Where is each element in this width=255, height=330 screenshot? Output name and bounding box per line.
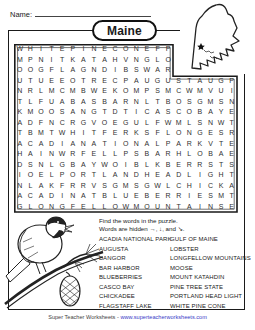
grid-cell: N <box>36 55 47 66</box>
grid-cell: I <box>110 139 121 150</box>
word-list-item: PORTLAND HEAD LIGHT <box>170 292 251 302</box>
grid-cell: E <box>226 139 237 150</box>
grid-cell: L <box>110 191 121 202</box>
grid-cell: L <box>99 170 110 181</box>
grid-cell: S <box>131 65 142 76</box>
grid-cell: D <box>131 170 142 181</box>
grid-cell: O <box>15 65 26 76</box>
grid-cell: A <box>36 139 47 150</box>
grid-cell: L <box>184 149 195 160</box>
grid-cell: S <box>131 149 142 160</box>
grid-cell: E <box>152 191 163 202</box>
grid-cell: A <box>78 191 89 202</box>
grid-cell: T <box>78 76 89 87</box>
grid-cell: D <box>110 107 121 118</box>
grid-cell: T <box>46 44 57 55</box>
grid-cell: B <box>163 97 174 108</box>
grid-cell: U <box>163 76 174 87</box>
grid-cell: C <box>110 76 121 87</box>
grid-cell: S <box>131 181 142 192</box>
grid-cell: S <box>57 107 68 118</box>
grid-cell: N <box>89 44 100 55</box>
chickadee-bird-svg <box>4 214 104 310</box>
grid-cell: B <box>120 65 131 76</box>
grid-cell: S <box>25 160 36 171</box>
grid-cell: T <box>89 191 100 202</box>
grid-cell: O <box>195 149 206 160</box>
grid-cell: K <box>110 86 121 97</box>
grid-cell: E <box>110 118 121 129</box>
grid-cell: R <box>78 181 89 192</box>
grid-cell: G <box>195 97 206 108</box>
grid-cell: U <box>205 76 216 87</box>
grid-cell: L <box>89 202 100 213</box>
grid-row: ACADIANATIONALPARKVTE <box>15 139 237 150</box>
grid-cell: E <box>99 76 110 87</box>
grid-cell: E <box>57 76 68 87</box>
grid-cell: D <box>15 160 26 171</box>
grid-cell: M <box>163 86 174 97</box>
grid-cell: G <box>142 55 153 66</box>
grid-cell: U <box>120 191 131 202</box>
grid-cell: E <box>99 44 110 55</box>
grid-cell: W <box>152 181 163 192</box>
grid-cell: G <box>78 118 89 129</box>
grid-cell: F <box>46 65 57 76</box>
instructions: Find the words in the puzzle. Words are … <box>99 217 185 233</box>
grid-cell: B <box>142 149 153 160</box>
grid-cell: A <box>15 118 26 129</box>
grid-cell: S <box>163 107 174 118</box>
grid-cell: T <box>152 97 163 108</box>
grid-cell: E <box>226 107 237 118</box>
grid-cell: O <box>67 76 78 87</box>
grid-cell: I <box>226 86 237 97</box>
grid-cell: A <box>25 149 36 160</box>
grid-row: UTUEEOTRECPAUGUSTAUGP <box>15 76 237 87</box>
grid-cell: T <box>46 128 57 139</box>
grid-cell: O <box>99 118 110 129</box>
grid-cell: M <box>131 86 142 97</box>
grid-cell: D <box>46 139 57 150</box>
grid-cell: U <box>15 76 26 87</box>
grid-cell: N <box>46 149 57 160</box>
grid-cell: F <box>152 118 163 129</box>
grid-cell: O <box>120 44 131 55</box>
grid-cell: I <box>195 181 206 192</box>
grid-cell: G <box>205 170 216 181</box>
grid-cell: C <box>173 181 184 192</box>
grid-cell: S <box>205 160 216 171</box>
maine-map-image <box>180 2 252 74</box>
grid-cell: A <box>78 97 89 108</box>
grid-cell: L <box>152 55 163 66</box>
grid-cell: H <box>184 181 195 192</box>
grid-cell: B <box>78 86 89 97</box>
grid-cell: C <box>142 107 153 118</box>
grid-cell: F <box>57 181 68 192</box>
grid-cell: G <box>57 202 68 213</box>
grid-cell: T <box>89 170 100 181</box>
grid-cell: O <box>36 202 47 213</box>
grid-cell: A <box>195 76 206 87</box>
word-list-item: ACADIA NATIONAL PARK <box>99 235 172 245</box>
grid-cell: E <box>89 149 100 160</box>
word-list-item: MOUNT KATAHDIN <box>170 273 251 283</box>
grid-cell: R <box>120 128 131 139</box>
grid-cell: I <box>195 170 206 181</box>
grid-cell: C <box>57 86 68 97</box>
grid-cell: A <box>152 107 163 118</box>
grid-cell: Y <box>89 160 100 171</box>
grid-cell: S <box>142 128 153 139</box>
grid-cell: I <box>36 44 47 55</box>
grid-cell: F <box>99 128 110 139</box>
grid-cell: A <box>36 191 47 202</box>
grid-cell: N <box>89 65 100 76</box>
grid-cell: W <box>89 86 100 97</box>
grid-cell: A <box>15 191 26 202</box>
grid-cell: O <box>120 139 131 150</box>
grid-row: NLAKFRRVSGMSGWLCHICKA <box>15 181 237 192</box>
grid-cell: E <box>142 44 153 55</box>
grid-row: GLONGFELLOWMOUNTAINSE <box>15 202 237 213</box>
grid-cell: G <box>36 65 47 76</box>
grid-cell: N <box>131 44 142 55</box>
grid-cell: E <box>110 128 121 139</box>
grid-cell: R <box>25 86 36 97</box>
grid-cell: Y <box>216 107 227 118</box>
grid-cell: T <box>89 128 100 139</box>
grid-cell: N <box>46 118 57 129</box>
grid-cell: L <box>184 170 195 181</box>
branch <box>5 252 103 304</box>
grid-cell: B <box>142 191 153 202</box>
grid-cell: B <box>195 107 206 118</box>
grid-cell: N <box>184 128 195 139</box>
grid-cell: E <box>173 160 184 171</box>
grid-cell: P <box>25 55 36 66</box>
grid-cell: H <box>142 170 153 181</box>
grid-cell: L <box>25 97 36 108</box>
grid-cell: U <box>152 202 163 213</box>
grid-row: NRLMCMBWEKOMPSMCWMVUI <box>15 86 237 97</box>
grid-cell: O <box>173 97 184 108</box>
page-title: Maine <box>92 20 157 41</box>
grid-cell: O <box>173 128 184 139</box>
grid-cell: V <box>205 86 216 97</box>
grid-cell: C <box>110 44 121 55</box>
grid-cell: L <box>152 139 163 150</box>
grid-cell: C <box>173 107 184 118</box>
grid-cell: D <box>173 170 184 181</box>
grid-cell: G <box>152 76 163 87</box>
grid-row: ACADINATBLUEBERRIESMT <box>15 191 237 202</box>
grid-cell: M <box>195 86 206 97</box>
page-title-text: Maine <box>107 24 142 38</box>
grid-cell: S <box>205 191 216 202</box>
grid-cell: S <box>216 128 227 139</box>
grid-cell: A <box>142 139 153 150</box>
grid-cell: K <box>216 181 227 192</box>
grid-cell: F <box>152 128 163 139</box>
grid-cell: M <box>15 55 26 66</box>
grid-cell: O <box>110 202 121 213</box>
grid-cell: R <box>163 149 174 160</box>
grid-cell: H <box>216 170 227 181</box>
grid-cell: A <box>205 107 216 118</box>
grid-cell: N <box>131 97 142 108</box>
grid-cell: R <box>120 97 131 108</box>
word-list-item: CASCO BAY <box>99 283 172 293</box>
grid-cell: W <box>15 44 26 55</box>
grid-cell: A <box>173 139 184 150</box>
grid-cell: O <box>110 160 121 171</box>
grid-cell: C <box>205 181 216 192</box>
grid-cell: L <box>99 202 110 213</box>
grid-cell: N <box>46 202 57 213</box>
grid-cell: T <box>25 76 36 87</box>
grid-cell: N <box>15 181 26 192</box>
grid-cell: G <box>216 76 227 87</box>
grid-cell: T <box>226 170 237 181</box>
grid-cell: E <box>99 86 110 97</box>
bird-tail <box>6 256 30 282</box>
grid-cell: T <box>15 97 26 108</box>
grid-cell: A <box>89 139 100 150</box>
grid-cell: P <box>142 86 153 97</box>
grid-cell: E <box>131 191 142 202</box>
grid-cell: W <box>184 86 195 97</box>
grid-cell: E <box>195 191 206 202</box>
grid-cell: M <box>120 181 131 192</box>
grid-cell: S <box>226 160 237 171</box>
beak-lower <box>65 229 72 232</box>
grid-cell: F <box>78 149 89 160</box>
grid-cell: U <box>36 76 47 87</box>
grid-cell: E <box>152 170 163 181</box>
word-list-left: ACADIA NATIONAL PARKAUGUSTABANGORBAR HAR… <box>99 235 172 311</box>
grid-cell: A <box>131 76 142 87</box>
grid-cell: K <box>195 139 206 150</box>
grid-cell: L <box>163 181 174 192</box>
grid-cell: A <box>152 149 163 160</box>
grid-cell: A <box>163 170 174 181</box>
grid-cell: K <box>152 160 163 171</box>
grid-cell: H <box>110 55 121 66</box>
grid-row: TLFUABASBARNLTBOSGMSN <box>15 97 237 108</box>
word-list-right: GULF OF MAINELOBSTERLONGFELLOW MOUNTAINS… <box>170 235 251 311</box>
grid-cell: L <box>57 65 68 76</box>
grid-cell: K <box>67 55 78 66</box>
grid-cell: S <box>89 97 100 108</box>
grid-cell: I <box>36 149 47 160</box>
grid-cell: H <box>67 128 78 139</box>
grid-cell: K <box>131 128 142 139</box>
grid-cell: O <box>46 107 57 118</box>
grid-cell: A <box>67 65 78 76</box>
grid-cell: B <box>25 128 36 139</box>
grid-cell: G <box>78 65 89 76</box>
grid-cell: L <box>110 149 121 160</box>
grid-cell: W <box>216 118 227 129</box>
grid-cell: T <box>57 55 68 66</box>
grid-cell: E <box>36 170 47 181</box>
grid-cell: R <box>184 160 195 171</box>
grid-cell: E <box>78 202 89 213</box>
grid-cell: M <box>25 107 36 118</box>
grid-cell: O <box>163 55 174 66</box>
name-line <box>35 8 151 17</box>
grid-cell: B <box>163 160 174 171</box>
grid-cell: G <box>57 160 68 171</box>
grid-row: TBMTWHITFERKSFLONGESR <box>15 128 237 139</box>
chickadee-bird-image <box>4 214 104 310</box>
grid-cell: L <box>36 86 47 97</box>
grid-cell: W <box>142 65 153 76</box>
grid-cell: E <box>205 128 216 139</box>
word-list-item: BAR HARBOR <box>99 264 172 274</box>
grid-cell: V <box>205 139 216 150</box>
grid-cell: E <box>46 76 57 87</box>
footer-url-link[interactable]: www.superteacherworksheets.com <box>120 314 206 320</box>
grid-cell: N <box>67 191 78 202</box>
grid-cell: M <box>67 86 78 97</box>
grid-cell: M <box>173 118 184 129</box>
grid-cell: R <box>226 128 237 139</box>
grid-cell: I <box>120 160 131 171</box>
grid-cell: E <box>226 149 237 160</box>
grid-cell: E <box>57 44 68 55</box>
grid-cell: A <box>152 65 163 76</box>
grid-cell: S <box>216 97 227 108</box>
grid-cell: I <box>78 128 89 139</box>
grid-cell: B <box>67 97 78 108</box>
grid-cell: K <box>46 181 57 192</box>
grid-cell: G <box>89 107 100 118</box>
word-list-item: GULF OF MAINE <box>170 235 251 245</box>
grid-cell: I <box>195 202 206 213</box>
grid-cell: L <box>25 202 36 213</box>
grid-cell: N <box>36 160 47 171</box>
word-list-item: BLUEBERRIES <box>99 273 172 283</box>
grid-cell: S <box>99 181 110 192</box>
grid-cell: I <box>184 191 195 202</box>
grid-cell: G <box>120 118 131 129</box>
grid-cell: P <box>226 76 237 87</box>
grid-cell: N <box>131 139 142 150</box>
grid-cell: T <box>89 55 100 66</box>
grid-cell: R <box>67 181 78 192</box>
grid-cell: R <box>163 191 174 202</box>
grid-cell: N <box>131 55 142 66</box>
grid-cell: R <box>173 191 184 202</box>
grid-cell: A <box>36 181 47 192</box>
bird-eye <box>57 221 59 223</box>
grid-cell: M <box>36 128 47 139</box>
grid-cell: A <box>216 149 227 160</box>
word-list-item: CHICKADEE <box>99 292 172 302</box>
grid-cell: L <box>184 118 195 129</box>
grid-cell: T <box>99 139 110 150</box>
grid-cell: C <box>25 139 36 150</box>
grid-cell: M <box>216 191 227 202</box>
grid-cell: A <box>99 55 110 66</box>
word-list-item: BANGOR <box>99 254 172 264</box>
grid-cell: T <box>226 191 237 202</box>
grid-cell: A <box>226 181 237 192</box>
grid-cell: O <box>36 107 47 118</box>
grid-cell: T <box>184 76 195 87</box>
grid-cell: R <box>184 139 195 150</box>
footer-brand: Super Teacher Worksheets - <box>48 314 120 320</box>
grid-cell: L <box>46 160 57 171</box>
grid-cell: O <box>184 107 195 118</box>
grid-cell: M <box>131 202 142 213</box>
grid-cell: B <box>131 160 142 171</box>
grid-cell: A <box>15 139 26 150</box>
grid-cell: I <box>57 139 68 150</box>
grid-cell: D <box>46 191 57 202</box>
grid-cell: F <box>152 44 163 55</box>
grid-cell: R <box>163 65 174 76</box>
grid-cell: O <box>25 65 36 76</box>
grid-cell: L <box>99 149 110 160</box>
word-list-item: PINE TREE STATE <box>170 283 251 293</box>
grid-cell: F <box>36 118 47 129</box>
grid-cell: T <box>120 107 131 118</box>
grid-cell: D <box>25 118 36 129</box>
grid-cell: H <box>173 149 184 160</box>
grid-cell: K <box>15 107 26 118</box>
word-list-item: WHITE PINE CONE <box>170 302 251 312</box>
grid-cell: I <box>110 65 121 76</box>
grid-cell: B <box>205 149 216 160</box>
grid-cell: A <box>110 170 121 181</box>
grid-cell: R <box>78 170 89 181</box>
grid-cell: S <box>216 202 227 213</box>
grid-cell: U <box>142 76 153 87</box>
grid-cell: N <box>226 97 237 108</box>
grid-cell: A <box>184 202 195 213</box>
grid-cell: U <box>131 118 142 129</box>
grid-cell: L <box>142 118 153 129</box>
grid-cell: M <box>205 97 216 108</box>
grid-cell: P <box>120 149 131 160</box>
grid-cell: C <box>173 86 184 97</box>
grid-cell: W <box>163 118 174 129</box>
grid-cell: I <box>57 191 68 202</box>
grid-cell: T <box>99 107 110 118</box>
grid-cell: G <box>142 181 153 192</box>
grid-cell: B <box>99 97 110 108</box>
grid-cell: N <box>120 170 131 181</box>
name-row: Name: <box>10 8 151 19</box>
grid-cell: L <box>163 128 174 139</box>
grid-cell: N <box>163 202 174 213</box>
grid-cell: E <box>226 202 237 213</box>
grid-cell: V <box>89 118 100 129</box>
grid-cell: F <box>36 97 47 108</box>
grid-cell: R <box>195 160 206 171</box>
grid-cell: I <box>131 107 142 118</box>
grid-cell: I <box>15 170 26 181</box>
grid-cell: A <box>110 97 121 108</box>
grid-cell: S <box>195 118 206 129</box>
grid-row: KMOOSANGTDTICASCOBAYE <box>15 107 237 118</box>
grid-cell: P <box>163 139 174 150</box>
grid-cell: O <box>142 202 153 213</box>
